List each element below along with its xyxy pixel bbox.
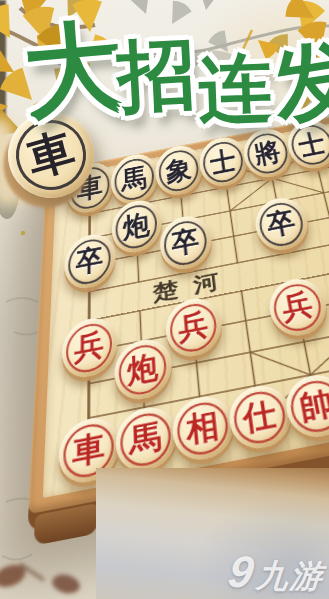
promo-screenshot: 楚河 漢界 車馬象士將士象馬車炮炮卒卒卒卒卒兵兵兵兵兵炮炮車馬相仕帥仕相馬車 車… [0, 0, 329, 599]
intersection-c4-r6: 兵 [269, 291, 327, 331]
intersection-c1-r2: 炮 [113, 212, 161, 246]
intersection-c4-r9: 帥 [286, 387, 329, 434]
intersection-c2-r3: 卒 [161, 228, 212, 264]
intersection-c4-r0: 將 [244, 140, 293, 171]
title-char-1: 大 [20, 18, 129, 129]
title-char-2: 招 [116, 36, 198, 126]
gray-swirls [6, 298, 42, 335]
intersection-c0-r3: 卒 [65, 247, 114, 283]
piece-glyph: 車 [20, 119, 81, 191]
intersection-c3-r0: 士 [200, 149, 248, 180]
intersection-c2-r0: 象 [156, 158, 203, 189]
intersection-c1-r0: 馬 [112, 166, 158, 197]
promo-title: 大 招 连 发 [24, 22, 329, 124]
watermark-9game: 9 九游 [229, 552, 324, 592]
9game-logo-icon: 9 [226, 552, 256, 592]
intersection-c5-r0: 士 [288, 132, 329, 162]
title-char-3: 连 [197, 53, 273, 126]
title-char-4: 发 [268, 36, 329, 130]
watermark-text: 九游 [255, 560, 325, 592]
intersection-c4-r3: 卒 [256, 210, 309, 245]
